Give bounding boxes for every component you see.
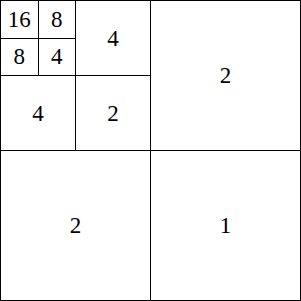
region-4-top-right: 4: [76, 1, 151, 76]
region-label: 1: [220, 214, 232, 237]
region-label: 2: [220, 64, 232, 87]
region-label: 4: [107, 27, 119, 50]
region-1: 1: [151, 151, 300, 300]
region-2-top-right: 2: [151, 1, 300, 151]
region-2-inner: 2: [76, 76, 151, 151]
region-label: 8: [14, 45, 26, 68]
region-2-bottom-left: 2: [1, 151, 151, 300]
region-4-bottom-left: 4: [1, 76, 76, 151]
region-8-top: 8: [39, 1, 77, 39]
region-label: 8: [51, 8, 63, 31]
region-label: 4: [32, 102, 44, 125]
region-label: 2: [70, 214, 82, 237]
region-label: 2: [107, 102, 119, 125]
region-4-inner: 4: [39, 39, 77, 77]
region-16: 16: [1, 1, 39, 39]
region-label: 4: [51, 45, 63, 68]
board: 16 8 8 4 4 4 2 2 2 1: [0, 0, 301, 301]
region-label: 16: [8, 8, 31, 31]
region-8-left: 8: [1, 39, 39, 77]
